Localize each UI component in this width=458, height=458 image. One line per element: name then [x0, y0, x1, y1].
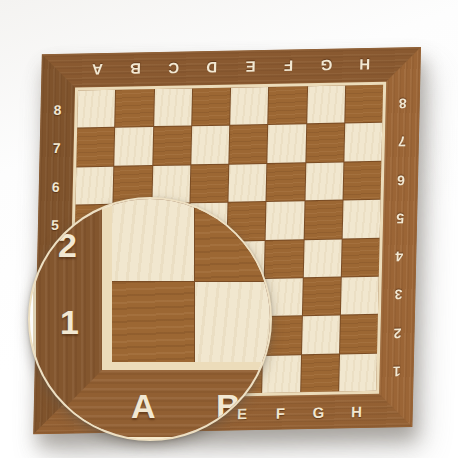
square-d7: [191, 126, 229, 164]
rank-label-left-7: 7: [39, 129, 74, 168]
file-label-top-c: C: [154, 51, 193, 86]
square-f8: [268, 86, 306, 124]
file-label-bottom-h: H: [337, 394, 376, 429]
file-label-top-e: E: [231, 50, 270, 85]
square-b7: [115, 127, 153, 165]
square-f4: [265, 240, 303, 278]
rank-label-right-3: 3: [381, 275, 416, 314]
magnifier-inset: 2 1 A B: [28, 197, 272, 441]
square-f7: [268, 125, 306, 163]
square-h6: [343, 161, 381, 199]
square-h2: [340, 315, 378, 353]
square-g3: [302, 277, 340, 315]
file-labels-top: ABCDEFGH: [78, 48, 384, 88]
rank-labels-right: 87654321: [379, 84, 420, 391]
file-label-top-f: F: [269, 49, 308, 84]
square-f6: [267, 163, 305, 201]
square-g8: [307, 85, 345, 123]
square-h8: [345, 85, 383, 123]
square-e8: [230, 87, 268, 125]
inset-rank-label-1: 1: [60, 305, 79, 339]
inset-inlay-line-horizontal: [102, 362, 270, 370]
rank-label-right-2: 2: [380, 314, 415, 353]
square-e6: [228, 164, 266, 202]
square-h3: [341, 277, 379, 315]
file-label-top-a: A: [78, 53, 117, 88]
product-photo-stage: ABCDEFGH ABCDEFGH 87654321 87654321 2 1 …: [0, 0, 458, 458]
square-d6: [190, 164, 228, 202]
file-label-top-b: B: [116, 52, 155, 87]
square-a7: [76, 128, 114, 166]
inset-square-b1: [195, 282, 270, 362]
rank-label-right-5: 5: [383, 199, 418, 238]
file-label-top-h: H: [345, 48, 384, 83]
inset-square-a1: [112, 282, 194, 362]
rank-label-right-4: 4: [382, 237, 417, 276]
square-a8: [77, 90, 115, 128]
square-h7: [344, 123, 382, 161]
square-h5: [342, 200, 380, 238]
square-d8: [192, 88, 230, 126]
inset-square-a2: [112, 199, 194, 281]
square-e7: [229, 125, 267, 163]
rank-label-right-6: 6: [384, 161, 419, 200]
square-f5: [266, 201, 304, 239]
file-label-top-d: D: [193, 51, 232, 86]
file-label-bottom-g: G: [299, 394, 338, 429]
square-g7: [306, 124, 344, 162]
square-f1: [262, 355, 300, 393]
square-h4: [342, 238, 380, 276]
rank-label-right-7: 7: [384, 122, 419, 161]
square-g6: [305, 162, 343, 200]
inset-inlay-line-vertical: [102, 199, 112, 370]
square-b8: [115, 89, 153, 127]
square-g5: [304, 201, 342, 239]
inset-file-label-a: A: [131, 389, 156, 423]
rank-label-left-6: 6: [38, 167, 73, 206]
square-g2: [302, 316, 340, 354]
square-g1: [301, 354, 339, 392]
rank-label-right-1: 1: [379, 352, 414, 391]
rank-label-left-8: 8: [40, 91, 75, 130]
square-h1: [339, 353, 377, 391]
file-label-bottom-f: F: [261, 395, 300, 430]
square-a6: [75, 167, 113, 205]
rank-label-right-8: 8: [385, 84, 420, 123]
square-c7: [153, 127, 191, 165]
file-label-top-g: G: [307, 48, 346, 83]
square-g4: [303, 239, 341, 277]
square-c8: [154, 88, 192, 126]
